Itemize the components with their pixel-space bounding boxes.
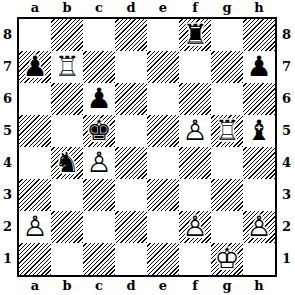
square-a3[interactable] xyxy=(19,179,51,211)
square-b4[interactable]: ♞♞ xyxy=(51,147,83,179)
square-b1[interactable] xyxy=(51,243,83,275)
square-g1[interactable]: ♚♔ xyxy=(211,243,243,275)
square-h4[interactable] xyxy=(243,147,275,179)
square-c4[interactable]: ♟♙ xyxy=(83,147,115,179)
square-f3[interactable] xyxy=(179,179,211,211)
square-h6[interactable] xyxy=(243,83,275,115)
square-c6[interactable]: ♟♟ xyxy=(83,83,115,115)
piece-black-rook[interactable]: ♜ xyxy=(179,19,211,51)
square-h3[interactable] xyxy=(243,179,275,211)
square-c3[interactable] xyxy=(83,179,115,211)
file-label-bottom-b: b xyxy=(51,278,83,294)
square-d3[interactable] xyxy=(115,179,147,211)
chess-board: ♜♜♟♟♜♖♟♟♟♟♚♚♟♙♜♖♝♝♞♞♟♙♟♙♟♙♟♙♚♔ xyxy=(17,17,277,277)
rank-label-right-7: 7 xyxy=(279,51,294,83)
file-label-top-d: d xyxy=(115,0,147,16)
square-e5[interactable] xyxy=(147,115,179,147)
square-h5[interactable]: ♝♝ xyxy=(243,115,275,147)
rank-label-right-1: 1 xyxy=(279,243,294,275)
piece-black-pawn[interactable]: ♟ xyxy=(83,83,115,115)
square-e2[interactable] xyxy=(147,211,179,243)
rank-label-left-7: 7 xyxy=(0,51,15,83)
square-g7[interactable] xyxy=(211,51,243,83)
square-d7[interactable] xyxy=(115,51,147,83)
square-f1[interactable] xyxy=(179,243,211,275)
square-g2[interactable] xyxy=(211,211,243,243)
square-b6[interactable] xyxy=(51,83,83,115)
square-g5[interactable]: ♜♖ xyxy=(211,115,243,147)
rank-label-left-2: 2 xyxy=(0,211,15,243)
rank-labels-right: 87654321 xyxy=(279,19,294,275)
square-f5[interactable]: ♟♙ xyxy=(179,115,211,147)
square-f7[interactable] xyxy=(179,51,211,83)
square-h7[interactable]: ♟♟ xyxy=(243,51,275,83)
square-b8[interactable] xyxy=(51,19,83,51)
square-e8[interactable] xyxy=(147,19,179,51)
file-label-bottom-c: c xyxy=(83,278,115,294)
chess-diagram: abcdefgh 87654321 ♜♜♟♟♜♖♟♟♟♟♚♚♟♙♜♖♝♝♞♞♟♙… xyxy=(0,0,295,295)
file-label-top-b: b xyxy=(51,0,83,16)
file-label-bottom-e: e xyxy=(147,278,179,294)
piece-white-pawn[interactable]: ♙ xyxy=(179,211,211,243)
rank-label-right-4: 4 xyxy=(279,147,294,179)
square-b5[interactable] xyxy=(51,115,83,147)
square-c5[interactable]: ♚♚ xyxy=(83,115,115,147)
square-c2[interactable] xyxy=(83,211,115,243)
square-d8[interactable] xyxy=(115,19,147,51)
piece-white-pawn[interactable]: ♙ xyxy=(83,147,115,179)
rank-labels-left: 87654321 xyxy=(0,19,15,275)
file-label-top-a: a xyxy=(19,0,51,16)
square-g3[interactable] xyxy=(211,179,243,211)
piece-black-pawn[interactable]: ♟ xyxy=(243,51,275,83)
file-label-top-h: h xyxy=(243,0,275,16)
piece-black-knight[interactable]: ♞ xyxy=(51,147,83,179)
square-e1[interactable] xyxy=(147,243,179,275)
square-b3[interactable] xyxy=(51,179,83,211)
square-e6[interactable] xyxy=(147,83,179,115)
square-b7[interactable]: ♜♖ xyxy=(51,51,83,83)
square-f6[interactable] xyxy=(179,83,211,115)
square-d4[interactable] xyxy=(115,147,147,179)
square-h2[interactable]: ♟♙ xyxy=(243,211,275,243)
square-a5[interactable] xyxy=(19,115,51,147)
square-e4[interactable] xyxy=(147,147,179,179)
rank-label-right-8: 8 xyxy=(279,19,294,51)
square-a7[interactable]: ♟♟ xyxy=(19,51,51,83)
rank-label-left-4: 4 xyxy=(0,147,15,179)
square-c7[interactable] xyxy=(83,51,115,83)
square-a8[interactable] xyxy=(19,19,51,51)
rank-label-right-2: 2 xyxy=(279,211,294,243)
square-e3[interactable] xyxy=(147,179,179,211)
rank-label-left-5: 5 xyxy=(0,115,15,147)
square-g4[interactable] xyxy=(211,147,243,179)
file-label-bottom-f: f xyxy=(179,278,211,294)
square-d2[interactable] xyxy=(115,211,147,243)
rank-label-left-6: 6 xyxy=(0,83,15,115)
rank-label-right-6: 6 xyxy=(279,83,294,115)
file-label-bottom-a: a xyxy=(19,278,51,294)
square-f8[interactable]: ♜♜ xyxy=(179,19,211,51)
square-d6[interactable] xyxy=(115,83,147,115)
file-labels-bottom: abcdefgh xyxy=(19,278,275,294)
square-f4[interactable] xyxy=(179,147,211,179)
file-label-top-c: c xyxy=(83,0,115,16)
piece-white-rook[interactable]: ♖ xyxy=(51,51,83,83)
piece-black-king[interactable]: ♚ xyxy=(83,115,115,147)
file-label-bottom-h: h xyxy=(243,278,275,294)
square-d5[interactable] xyxy=(115,115,147,147)
piece-black-bishop[interactable]: ♝ xyxy=(243,115,275,147)
square-c8[interactable] xyxy=(83,19,115,51)
rank-label-right-5: 5 xyxy=(279,115,294,147)
file-label-bottom-g: g xyxy=(211,278,243,294)
piece-white-pawn[interactable]: ♙ xyxy=(19,211,51,243)
square-h8[interactable] xyxy=(243,19,275,51)
square-b2[interactable] xyxy=(51,211,83,243)
square-a2[interactable]: ♟♙ xyxy=(19,211,51,243)
square-d1[interactable] xyxy=(115,243,147,275)
file-label-top-f: f xyxy=(179,0,211,16)
square-f2[interactable]: ♟♙ xyxy=(179,211,211,243)
file-label-top-g: g xyxy=(211,0,243,16)
rank-label-left-1: 1 xyxy=(0,243,15,275)
square-a4[interactable] xyxy=(19,147,51,179)
piece-white-rook[interactable]: ♖ xyxy=(211,115,243,147)
square-g8[interactable] xyxy=(211,19,243,51)
piece-white-pawn[interactable]: ♙ xyxy=(179,115,211,147)
piece-white-king[interactable]: ♔ xyxy=(211,243,243,275)
rank-label-left-8: 8 xyxy=(0,19,15,51)
square-a6[interactable] xyxy=(19,83,51,115)
square-h1[interactable] xyxy=(243,243,275,275)
rank-label-right-3: 3 xyxy=(279,179,294,211)
square-e7[interactable] xyxy=(147,51,179,83)
square-c1[interactable] xyxy=(83,243,115,275)
square-g6[interactable] xyxy=(211,83,243,115)
rank-label-left-3: 3 xyxy=(0,179,15,211)
piece-white-pawn[interactable]: ♙ xyxy=(243,211,275,243)
piece-black-pawn[interactable]: ♟ xyxy=(19,51,51,83)
file-label-bottom-d: d xyxy=(115,278,147,294)
file-label-top-e: e xyxy=(147,0,179,16)
file-labels-top: abcdefgh xyxy=(19,0,275,16)
square-a1[interactable] xyxy=(19,243,51,275)
